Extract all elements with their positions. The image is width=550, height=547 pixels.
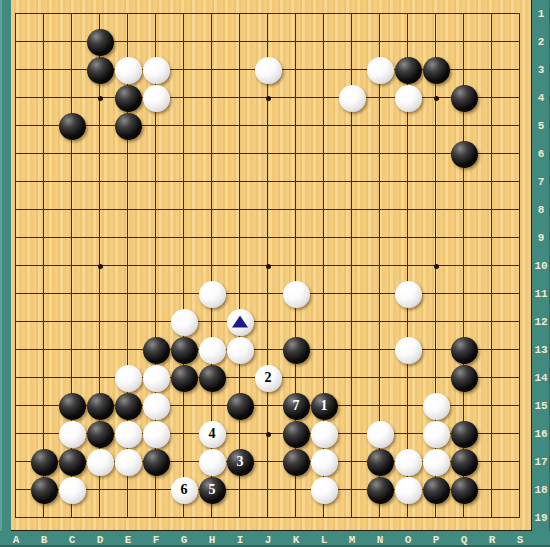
move-number-label: 1	[311, 393, 338, 420]
stone-white	[283, 281, 310, 308]
column-label: G	[176, 533, 192, 547]
column-label: Q	[456, 533, 472, 547]
stone-white	[423, 393, 450, 420]
star-point	[98, 264, 103, 269]
stone-white	[143, 85, 170, 112]
stone-white	[115, 365, 142, 392]
move-number-label: 3	[227, 449, 254, 476]
stone-black	[59, 393, 86, 420]
column-label: A	[8, 533, 24, 547]
column-label: N	[372, 533, 388, 547]
move-number-label: 2	[255, 365, 282, 392]
column-label: D	[92, 533, 108, 547]
right-coordinate-strip: 12345678910111213141516171819	[532, 0, 550, 547]
row-label: 13	[532, 343, 550, 357]
stone-white: 2	[255, 365, 282, 392]
star-point	[98, 96, 103, 101]
stone-black	[451, 141, 478, 168]
row-label: 4	[532, 91, 550, 105]
stone-white	[339, 85, 366, 112]
move-number-label: 4	[199, 421, 226, 448]
stone-white	[199, 281, 226, 308]
stone-white	[367, 421, 394, 448]
row-label: 14	[532, 371, 550, 385]
move-number-label: 7	[283, 393, 310, 420]
stone-white	[311, 421, 338, 448]
move-number-label: 6	[171, 477, 198, 504]
star-point	[266, 432, 271, 437]
row-label: 3	[532, 63, 550, 77]
row-label: 10	[532, 259, 550, 273]
stone-white	[395, 477, 422, 504]
stone-white	[227, 337, 254, 364]
stone-white	[227, 309, 254, 336]
column-label: F	[148, 533, 164, 547]
stone-white	[199, 337, 226, 364]
stone-black	[451, 477, 478, 504]
stone-black	[283, 421, 310, 448]
stone-black	[227, 393, 254, 420]
stone-black	[199, 365, 226, 392]
stone-black	[283, 337, 310, 364]
stone-white	[255, 57, 282, 84]
stone-white	[59, 477, 86, 504]
column-label: B	[36, 533, 52, 547]
stone-black: 5	[199, 477, 226, 504]
stone-black	[31, 477, 58, 504]
stone-white	[367, 57, 394, 84]
row-label: 17	[532, 455, 550, 469]
row-label: 16	[532, 427, 550, 441]
stone-white	[87, 449, 114, 476]
row-label: 12	[532, 315, 550, 329]
stone-black	[87, 29, 114, 56]
stone-white	[143, 421, 170, 448]
bottom-coordinate-strip: ABCDEFGHIJKLMNOPQRS	[0, 531, 550, 547]
column-label: S	[512, 533, 528, 547]
stone-black	[171, 337, 198, 364]
column-label: H	[204, 533, 220, 547]
stone-black	[451, 421, 478, 448]
column-label: K	[288, 533, 304, 547]
stone-white	[311, 449, 338, 476]
column-label: E	[120, 533, 136, 547]
stone-black	[115, 113, 142, 140]
stone-black	[31, 449, 58, 476]
column-label: R	[484, 533, 500, 547]
stone-black	[87, 393, 114, 420]
stone-white: 6	[171, 477, 198, 504]
go-board-screenshot: 12345678910111213141516171819 ABCDEFGHIJ…	[0, 0, 550, 547]
star-point	[266, 264, 271, 269]
stone-black	[451, 337, 478, 364]
stone-white: 4	[199, 421, 226, 448]
stone-white	[395, 85, 422, 112]
stone-black	[87, 57, 114, 84]
stone-black	[423, 57, 450, 84]
stone-white	[395, 449, 422, 476]
row-label: 2	[532, 35, 550, 49]
row-label: 1	[532, 7, 550, 21]
column-label: P	[428, 533, 444, 547]
stone-black	[451, 449, 478, 476]
triangle-marker-icon	[232, 316, 248, 328]
stone-black: 1	[311, 393, 338, 420]
row-label: 18	[532, 483, 550, 497]
row-label: 5	[532, 119, 550, 133]
stone-white	[171, 309, 198, 336]
stone-white	[395, 337, 422, 364]
stone-white	[115, 57, 142, 84]
left-border-strip	[0, 0, 11, 547]
row-label: 11	[532, 287, 550, 301]
stone-black: 3	[227, 449, 254, 476]
stone-black	[395, 57, 422, 84]
row-label: 8	[532, 203, 550, 217]
row-label: 6	[532, 147, 550, 161]
goban[interactable]: 2714365	[11, 0, 532, 531]
row-label: 7	[532, 175, 550, 189]
stone-black	[423, 477, 450, 504]
stone-white	[143, 393, 170, 420]
stone-black	[59, 113, 86, 140]
row-label: 15	[532, 399, 550, 413]
stone-white	[423, 449, 450, 476]
stone-black	[367, 449, 394, 476]
stone-white	[311, 477, 338, 504]
stone-white	[395, 281, 422, 308]
column-label: I	[232, 533, 248, 547]
stone-white	[115, 449, 142, 476]
stone-black	[451, 365, 478, 392]
move-number-label: 5	[199, 477, 226, 504]
stone-white	[143, 57, 170, 84]
star-point	[266, 96, 271, 101]
column-label: M	[344, 533, 360, 547]
column-label: L	[316, 533, 332, 547]
stone-black	[171, 365, 198, 392]
column-label: C	[64, 533, 80, 547]
stone-white	[143, 365, 170, 392]
stone-black	[115, 85, 142, 112]
stone-white	[423, 421, 450, 448]
row-label: 19	[532, 511, 550, 525]
stone-white	[115, 421, 142, 448]
stone-black	[115, 393, 142, 420]
column-label: J	[260, 533, 276, 547]
stone-black	[87, 421, 114, 448]
row-label: 9	[532, 231, 550, 245]
stone-white	[59, 421, 86, 448]
stone-white	[199, 449, 226, 476]
star-point	[434, 96, 439, 101]
stone-black	[367, 477, 394, 504]
stone-black	[143, 337, 170, 364]
stone-black	[59, 449, 86, 476]
stone-black	[143, 449, 170, 476]
column-label: O	[400, 533, 416, 547]
stone-black	[283, 449, 310, 476]
stone-black	[451, 85, 478, 112]
stone-black: 7	[283, 393, 310, 420]
star-point	[434, 264, 439, 269]
